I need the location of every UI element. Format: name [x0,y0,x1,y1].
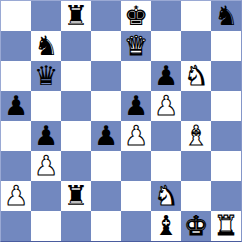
square-f5[interactable]: ♟ [151,91,181,121]
square-f4[interactable] [151,121,181,151]
square-d8[interactable] [91,1,121,31]
square-b2[interactable] [31,181,61,211]
square-a2[interactable]: ♟ [1,181,31,211]
square-a5[interactable]: ♟ [1,91,31,121]
square-g2[interactable] [181,181,211,211]
square-h2[interactable] [211,181,241,211]
white-queen[interactable]: ♛ [124,32,148,59]
square-e8[interactable]: ♚ [121,1,151,31]
square-e7[interactable]: ♛ [121,31,151,61]
square-d1[interactable] [91,211,121,241]
square-f8[interactable] [151,1,181,31]
white-pawn[interactable]: ♟ [34,152,58,179]
black-knight[interactable]: ♞ [34,32,58,59]
square-e3[interactable] [121,151,151,181]
white-bishop[interactable]: ♝ [184,122,208,149]
square-g6[interactable]: ♞ [181,61,211,91]
square-h7[interactable] [211,31,241,61]
square-d4[interactable]: ♟ [91,121,121,151]
square-g8[interactable] [181,1,211,31]
square-f7[interactable] [151,31,181,61]
square-c3[interactable] [61,151,91,181]
square-b4[interactable]: ♟ [31,121,61,151]
square-b8[interactable] [31,1,61,31]
square-h3[interactable] [211,151,241,181]
square-c5[interactable] [61,91,91,121]
square-h1[interactable]: ♜ [211,211,241,241]
square-f6[interactable]: ♟ [151,61,181,91]
square-g7[interactable] [181,31,211,61]
square-c6[interactable] [61,61,91,91]
square-e1[interactable] [121,211,151,241]
white-king[interactable]: ♚ [184,212,208,239]
square-c1[interactable] [61,211,91,241]
square-b6[interactable]: ♛ [31,61,61,91]
square-b3[interactable]: ♟ [31,151,61,181]
square-g4[interactable]: ♝ [181,121,211,151]
square-c2[interactable]: ♜ [61,181,91,211]
chess-board: ♜♚♞♞♛♛♟♞♟♟♟♟♟♟♝♟♟♜♞♝♚♜ [0,0,242,242]
square-c4[interactable] [61,121,91,151]
square-h4[interactable] [211,121,241,151]
square-d6[interactable] [91,61,121,91]
square-a8[interactable] [1,1,31,31]
black-pawn[interactable]: ♟ [154,62,178,89]
square-e5[interactable]: ♟ [121,91,151,121]
white-knight[interactable]: ♞ [184,62,208,89]
square-a7[interactable] [1,31,31,61]
square-d7[interactable] [91,31,121,61]
white-rook[interactable]: ♜ [214,212,238,239]
black-king[interactable]: ♚ [124,2,148,29]
black-rook[interactable]: ♜ [64,182,88,209]
square-b5[interactable] [31,91,61,121]
square-b7[interactable]: ♞ [31,31,61,61]
square-f3[interactable] [151,151,181,181]
black-pawn[interactable]: ♟ [94,122,118,149]
square-d2[interactable] [91,181,121,211]
white-pawn[interactable]: ♟ [4,182,28,209]
white-pawn[interactable]: ♟ [154,92,178,119]
square-g5[interactable] [181,91,211,121]
square-d3[interactable] [91,151,121,181]
white-knight[interactable]: ♞ [154,182,178,209]
square-h6[interactable] [211,61,241,91]
square-c7[interactable] [61,31,91,61]
square-e4[interactable]: ♟ [121,121,151,151]
black-bishop[interactable]: ♝ [154,212,178,239]
square-a3[interactable] [1,151,31,181]
black-rook[interactable]: ♜ [64,2,88,29]
square-e6[interactable] [121,61,151,91]
square-a1[interactable] [1,211,31,241]
square-h8[interactable]: ♞ [211,1,241,31]
black-queen[interactable]: ♛ [34,62,58,89]
black-pawn[interactable]: ♟ [124,92,148,119]
square-b1[interactable] [31,211,61,241]
square-a6[interactable] [1,61,31,91]
square-a4[interactable] [1,121,31,151]
square-f1[interactable]: ♝ [151,211,181,241]
black-knight[interactable]: ♞ [214,2,238,29]
square-c8[interactable]: ♜ [61,1,91,31]
square-g3[interactable] [181,151,211,181]
square-g1[interactable]: ♚ [181,211,211,241]
black-pawn[interactable]: ♟ [34,122,58,149]
square-h5[interactable] [211,91,241,121]
black-pawn[interactable]: ♟ [4,92,28,119]
square-e2[interactable] [121,181,151,211]
square-d5[interactable] [91,91,121,121]
white-pawn[interactable]: ♟ [124,122,148,149]
square-f2[interactable]: ♞ [151,181,181,211]
